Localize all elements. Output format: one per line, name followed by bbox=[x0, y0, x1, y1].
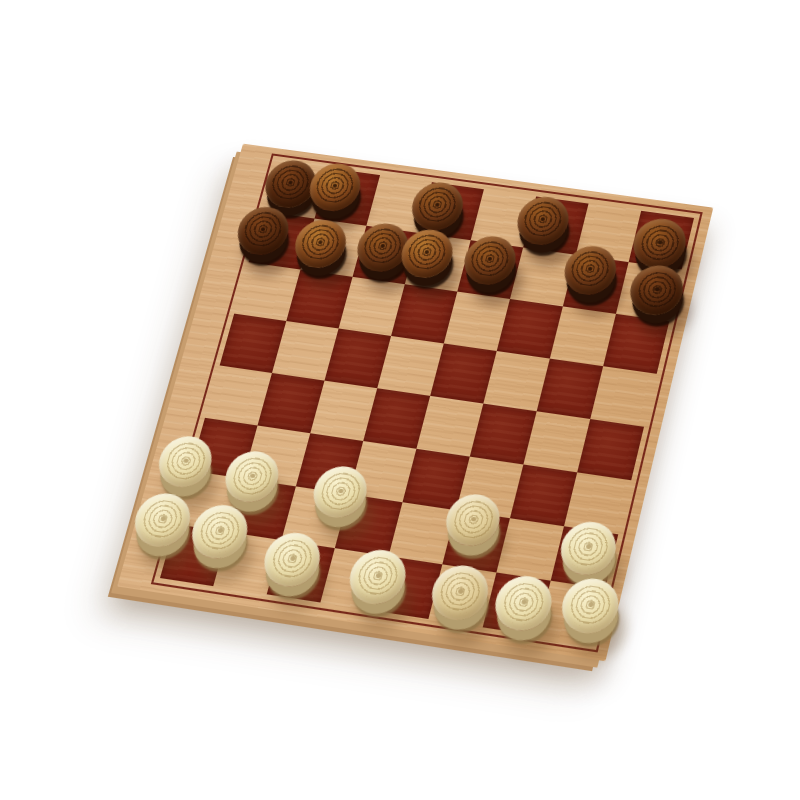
checker-light-r7c3[interactable] bbox=[344, 546, 412, 608]
checker-dark-r0c3[interactable] bbox=[406, 179, 467, 233]
checker-dark-r0c7[interactable] bbox=[628, 216, 691, 271]
product-photo-scene bbox=[0, 0, 800, 800]
checker-dark-r0c5[interactable] bbox=[512, 193, 573, 247]
checker-dark-r1c6[interactable] bbox=[559, 243, 621, 298]
checker-light-r7c2[interactable] bbox=[258, 529, 326, 590]
checker-light-r6c0[interactable] bbox=[153, 433, 218, 491]
checker-light-r7c5[interactable] bbox=[426, 562, 494, 624]
checker-dark-r1c4[interactable] bbox=[459, 233, 521, 287]
checker-dark-r1c1[interactable] bbox=[289, 216, 351, 270]
checker-light-r6c2[interactable] bbox=[308, 463, 373, 521]
checker-dark-r1c0[interactable] bbox=[232, 203, 294, 257]
checker-light-r6c5[interactable] bbox=[441, 491, 506, 550]
checker-light-r7c1[interactable] bbox=[186, 502, 254, 563]
checker-light-r6c1[interactable] bbox=[219, 448, 284, 506]
checker-light-r7c6[interactable] bbox=[490, 572, 558, 634]
checker-light-r7c0[interactable] bbox=[129, 490, 197, 551]
checkers-board bbox=[117, 144, 713, 662]
